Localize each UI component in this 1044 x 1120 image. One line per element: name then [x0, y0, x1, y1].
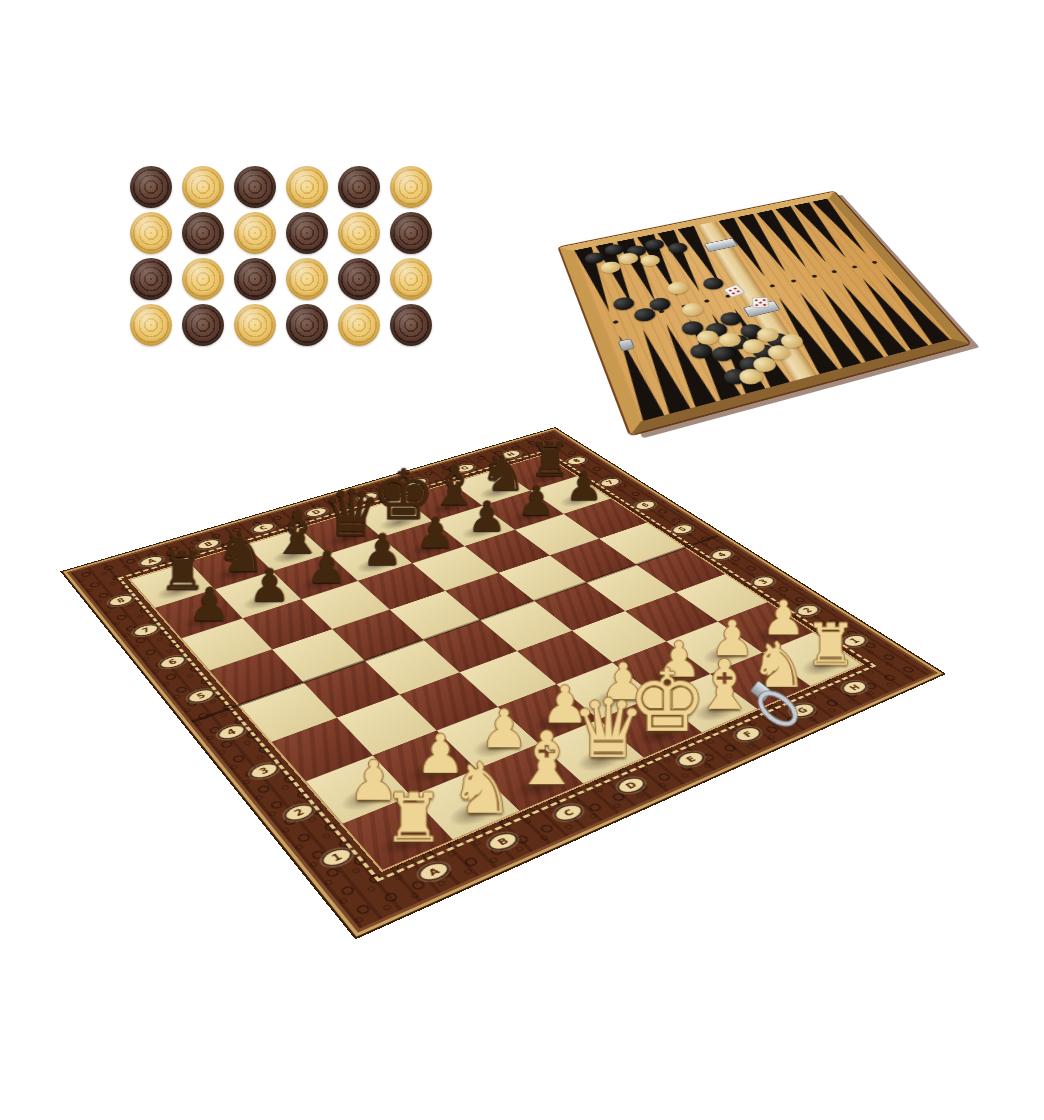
checker-disc-light — [234, 212, 276, 254]
checker-disc-dark — [130, 258, 172, 300]
checker-disc-dark — [182, 212, 224, 254]
checker-disc-dark — [234, 258, 276, 300]
chess-piece-dark-pawn: ♟ — [188, 581, 231, 628]
file-label: F — [732, 725, 763, 742]
file-label: B — [486, 831, 520, 852]
chess-piece-light-queen: ♛ — [571, 688, 645, 769]
chess-piece-dark-pawn: ♟ — [416, 511, 456, 554]
point-marker-dot — [811, 274, 817, 278]
checker-disc-dark — [338, 258, 380, 300]
point-marker-dot — [790, 279, 796, 283]
rank-label: 2 — [283, 802, 316, 822]
file-label: A — [416, 860, 450, 882]
point-marker-dot — [851, 265, 857, 268]
checker-disc-light — [130, 212, 172, 254]
file-label: D — [615, 776, 647, 795]
file-label: C — [552, 803, 585, 823]
chess-piece-light-knight: ♞ — [450, 753, 515, 824]
rank-label: 5 — [670, 523, 695, 534]
checker-disc-light — [286, 258, 328, 300]
chess-piece-light-rook: ♜ — [383, 785, 445, 852]
checker-disc-dark — [390, 212, 432, 254]
checker-disc-light — [182, 258, 224, 300]
chess-piece-dark-pawn: ♟ — [468, 495, 507, 537]
chess-piece-dark-pawn: ♟ — [517, 480, 555, 522]
chess-piece-light-bishop: ♝ — [513, 722, 580, 796]
point-marker-dot — [831, 270, 837, 274]
rank-label: 5 — [186, 688, 215, 704]
chess-board-scene: ABCDEFGH 87654321 87654321 ABCDEFGH ♜♞♝♛… — [120, 310, 850, 950]
rank-label: 4 — [709, 549, 735, 561]
checker-disc-light — [390, 258, 432, 300]
rank-label: 7 — [132, 623, 160, 637]
die-pip — [759, 301, 762, 303]
die-pip — [755, 299, 758, 301]
rank-label: 3 — [750, 575, 776, 588]
chess-piece-light-rook: ♜ — [805, 617, 858, 674]
rank-label: 3 — [248, 761, 280, 779]
checker-disc-light — [338, 212, 380, 254]
chess-piece-dark-pawn: ♟ — [362, 528, 402, 572]
rank-label: 4 — [216, 723, 246, 740]
die-pip — [731, 292, 735, 294]
point-marker-dot — [871, 261, 877, 264]
point-marker-dot — [703, 299, 709, 303]
chess-board: ABCDEFGH 87654321 87654321 ABCDEFGH ♜♞♝♛… — [67, 430, 938, 933]
rank-label: 8 — [107, 594, 134, 607]
checker-disc-dark — [130, 166, 172, 208]
die-pip — [755, 304, 758, 306]
rank-label: 6 — [158, 654, 186, 669]
chess-piece-dark-pawn: ♟ — [565, 465, 602, 506]
checker-disc-light — [286, 166, 328, 208]
checker-disc-light — [182, 166, 224, 208]
point-marker-dot — [769, 284, 775, 288]
chess-square — [534, 582, 625, 630]
die-pip — [733, 287, 737, 289]
chess-grid: ♜♞♝♛♚♝♞♜♟♟♟♟♟♟♟♟♟♟♟♟♟♟♟♟♜♞♝♛♚♝♞♜ — [130, 455, 861, 870]
checker-disc-dark — [234, 166, 276, 208]
file-label: H — [839, 679, 868, 695]
die-pip — [763, 304, 766, 306]
rank-label: 1 — [320, 846, 354, 867]
checker-disc-dark — [338, 166, 380, 208]
rank-label: 6 — [633, 500, 657, 511]
checker-disc-dark — [286, 212, 328, 254]
checker-disc-light — [390, 166, 432, 208]
die-icon — [752, 297, 770, 308]
die-pip — [727, 289, 731, 291]
chess-piece-dark-pawn: ♟ — [307, 545, 348, 590]
die-pip — [736, 290, 740, 292]
die-pip — [762, 299, 765, 301]
file-label: E — [675, 750, 706, 768]
product-photo-stage: ABCDEFGH 87654321 87654321 ABCDEFGH ♜♞♝♛… — [0, 0, 1044, 1120]
chess-piece-dark-pawn: ♟ — [249, 562, 291, 608]
